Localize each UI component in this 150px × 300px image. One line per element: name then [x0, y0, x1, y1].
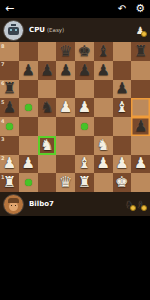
black-pawn-a5[interactable]: ♟	[3, 100, 16, 115]
white-bishop-g5[interactable]: ♝	[115, 100, 128, 115]
black-pawn-h4[interactable]: ♟	[134, 118, 147, 133]
square-b6[interactable]	[19, 80, 38, 99]
rank-label-7: 7	[1, 61, 4, 67]
square-d5[interactable]: ♟	[56, 98, 75, 117]
white-pawn-b2[interactable]: ♟	[21, 156, 34, 171]
capture-count-badge	[141, 31, 147, 37]
undo-icon[interactable]: ↶	[118, 0, 126, 18]
square-f2[interactable]: ♟	[94, 155, 113, 174]
rank-label-4: 4	[1, 118, 4, 124]
black-knight-c5[interactable]: ♞	[40, 100, 53, 115]
square-b4[interactable]	[19, 117, 38, 136]
square-h8[interactable]: ♜	[131, 42, 150, 61]
move-hint-dot-b5[interactable]	[25, 104, 32, 111]
square-e3[interactable]	[75, 136, 94, 155]
square-d2[interactable]	[56, 155, 75, 174]
black-rook-h8[interactable]: ♜	[134, 43, 147, 58]
square-c7[interactable]: ♟	[38, 61, 57, 80]
chess-app-screen: ← ↶ ⚙ CPU(Easy) ♟ 8♛♚♝♜7♟♟♟♟♟6♜♟5♟♞♟♟♝4♟…	[0, 0, 150, 300]
opponent-name: CPU(Easy)	[29, 26, 64, 35]
player-bar: Bilbo7 ♞♝	[0, 192, 150, 216]
captured-by-white-tray: ♞♝	[125, 199, 147, 210]
captured-by-black-tray: ♟	[136, 25, 147, 36]
square-a2[interactable]: 2♟	[0, 155, 19, 174]
square-g2[interactable]: ♟	[113, 155, 132, 174]
square-b7[interactable]: ♟	[19, 61, 38, 80]
back-icon[interactable]: ←	[5, 0, 14, 18]
square-a3[interactable]: 3	[0, 136, 19, 155]
square-e8[interactable]: ♚	[75, 42, 94, 61]
person-icon	[9, 202, 18, 211]
settings-icon[interactable]: ⚙	[135, 0, 145, 18]
top-bar: ← ↶ ⚙	[0, 0, 150, 18]
move-hint-dot-b1[interactable]	[25, 179, 32, 186]
square-a8[interactable]: 8	[0, 42, 19, 61]
square-a1[interactable]: 1♜	[0, 173, 19, 192]
square-h3[interactable]	[131, 136, 150, 155]
move-hint-dot-a4[interactable]	[6, 123, 13, 130]
square-h7[interactable]	[131, 61, 150, 80]
square-g6[interactable]: ♟	[113, 80, 132, 99]
square-c8[interactable]	[38, 42, 57, 61]
square-g7[interactable]	[113, 61, 132, 80]
square-c2[interactable]	[38, 155, 57, 174]
square-a7[interactable]: 7	[0, 61, 19, 80]
captured-black-knight: ♞	[125, 199, 134, 210]
square-d3[interactable]	[56, 136, 75, 155]
rank-label-3: 3	[1, 136, 4, 142]
square-d4[interactable]	[56, 117, 75, 136]
square-e2[interactable]: ♝	[75, 155, 94, 174]
square-h1[interactable]	[131, 173, 150, 192]
square-e1[interactable]: ♜	[75, 173, 94, 192]
square-e4[interactable]	[75, 117, 94, 136]
square-c6[interactable]	[38, 80, 57, 99]
square-g5[interactable]: ♝	[113, 98, 132, 117]
black-pawn-b7[interactable]: ♟	[21, 62, 34, 77]
white-knight-f3[interactable]: ♞	[96, 137, 109, 152]
white-knight-c3[interactable]: ♞	[40, 137, 53, 152]
square-h5[interactable]	[131, 98, 150, 117]
square-f8[interactable]: ♝	[94, 42, 113, 61]
square-f6[interactable]	[94, 80, 113, 99]
square-b5[interactable]	[19, 98, 38, 117]
square-f7[interactable]: ♟	[94, 61, 113, 80]
robot-icon	[8, 27, 19, 35]
white-queen-d1[interactable]: ♛	[59, 175, 72, 190]
square-h6[interactable]	[131, 80, 150, 99]
square-c1[interactable]	[38, 173, 57, 192]
black-pawn-f7[interactable]: ♟	[96, 62, 109, 77]
white-pawn-e5[interactable]: ♟	[78, 100, 91, 115]
opponent-bar: CPU(Easy) ♟	[0, 18, 150, 42]
square-e6[interactable]	[75, 80, 94, 99]
square-f3[interactable]: ♞	[94, 136, 113, 155]
square-e7[interactable]: ♟	[75, 61, 94, 80]
square-c5[interactable]: ♞	[38, 98, 57, 117]
square-h2[interactable]: ♟	[131, 155, 150, 174]
player-name: Bilbo7	[29, 200, 54, 209]
white-pawn-f2[interactable]: ♟	[96, 156, 109, 171]
black-king-e8[interactable]: ♚	[78, 43, 91, 58]
square-c4[interactable]	[38, 117, 57, 136]
white-bishop-e2[interactable]: ♝	[78, 156, 91, 171]
captured-white-pawn: ♟	[136, 25, 145, 36]
white-pawn-g2[interactable]: ♟	[115, 156, 128, 171]
cpu-avatar	[3, 20, 24, 41]
white-rook-a1[interactable]: ♜	[3, 175, 16, 190]
black-queen-d8[interactable]: ♛	[59, 43, 72, 58]
white-pawn-d5[interactable]: ♟	[59, 100, 72, 115]
rank-label-8: 8	[1, 43, 4, 49]
black-rook-a6[interactable]: ♜	[3, 81, 16, 96]
square-b8[interactable]	[19, 42, 38, 61]
square-b1[interactable]	[19, 173, 38, 192]
opponent-difficulty: (Easy)	[47, 27, 64, 33]
capture-count-badge	[141, 205, 147, 211]
square-g4[interactable]	[113, 117, 132, 136]
square-d8[interactable]: ♛	[56, 42, 75, 61]
square-g1[interactable]: ♚	[113, 173, 132, 192]
square-d1[interactable]: ♛	[56, 173, 75, 192]
captured-black-bishop: ♝	[136, 199, 145, 210]
square-b3[interactable]	[19, 136, 38, 155]
square-c3[interactable]: ♞	[38, 136, 57, 155]
square-f4[interactable]	[94, 117, 113, 136]
white-pawn-h2[interactable]: ♟	[134, 156, 147, 171]
square-g3[interactable]	[113, 136, 132, 155]
square-a6[interactable]: 6♜	[0, 80, 19, 99]
square-a4[interactable]: 4	[0, 117, 19, 136]
bottom-empty-area	[0, 216, 150, 300]
square-f5[interactable]	[94, 98, 113, 117]
square-f1[interactable]	[94, 173, 113, 192]
white-king-g1[interactable]: ♚	[115, 175, 128, 190]
black-pawn-e7[interactable]: ♟	[78, 62, 91, 77]
move-hint-dot-e4[interactable]	[81, 123, 88, 130]
player-avatar	[3, 194, 24, 215]
square-a5[interactable]: 5♟	[0, 98, 19, 117]
black-bishop-f8[interactable]: ♝	[96, 43, 109, 58]
black-pawn-c7[interactable]: ♟	[40, 62, 53, 77]
black-pawn-g6[interactable]: ♟	[115, 81, 128, 96]
square-d6[interactable]	[56, 80, 75, 99]
square-g8[interactable]	[113, 42, 132, 61]
white-pawn-a2[interactable]: ♟	[3, 156, 16, 171]
square-d7[interactable]: ♟	[56, 61, 75, 80]
white-rook-e1[interactable]: ♜	[78, 175, 91, 190]
square-b2[interactable]: ♟	[19, 155, 38, 174]
black-pawn-d7[interactable]: ♟	[59, 62, 72, 77]
square-e5[interactable]: ♟	[75, 98, 94, 117]
square-h4[interactable]: ♟	[131, 117, 150, 136]
chess-board[interactable]: 8♛♚♝♜7♟♟♟♟♟6♜♟5♟♞♟♟♝4♟3♞♞2♟♟♝♟♟♟1♜♛♜♚	[0, 42, 150, 192]
